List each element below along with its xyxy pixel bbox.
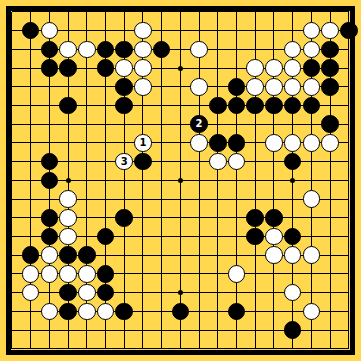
intersection[interactable] [3,96,22,115]
intersection[interactable] [321,283,340,302]
intersection[interactable] [59,3,78,22]
intersection[interactable] [77,208,96,227]
intersection[interactable] [171,265,190,284]
intersection[interactable] [115,115,134,134]
intersection[interactable] [302,40,321,59]
intersection[interactable] [190,321,209,340]
intersection[interactable] [208,208,227,227]
intersection[interactable] [339,246,358,265]
intersection[interactable] [339,59,358,78]
intersection[interactable] [208,3,227,22]
intersection[interactable] [321,96,340,115]
intersection[interactable] [208,227,227,246]
intersection[interactable] [190,227,209,246]
intersection[interactable] [302,21,321,40]
intersection[interactable] [134,3,153,22]
intersection[interactable] [246,21,265,40]
intersection[interactable] [190,40,209,59]
intersection[interactable] [190,3,209,22]
intersection[interactable] [302,134,321,153]
intersection[interactable] [115,302,134,321]
intersection[interactable] [227,115,246,134]
intersection[interactable] [321,227,340,246]
intersection[interactable] [321,246,340,265]
intersection[interactable] [302,77,321,96]
intersection[interactable] [321,21,340,40]
intersection[interactable] [3,134,22,153]
intersection[interactable] [96,152,115,171]
intersection[interactable] [77,77,96,96]
intersection[interactable] [152,59,171,78]
intersection[interactable] [321,40,340,59]
intersection[interactable] [152,152,171,171]
intersection[interactable] [283,246,302,265]
intersection[interactable] [246,227,265,246]
intersection[interactable] [77,190,96,209]
intersection[interactable] [115,59,134,78]
intersection[interactable] [302,96,321,115]
intersection[interactable] [246,208,265,227]
intersection[interactable]: 2 [190,115,209,134]
intersection[interactable]: 1 [134,134,153,153]
intersection[interactable] [302,59,321,78]
intersection[interactable] [152,134,171,153]
intersection[interactable] [40,59,59,78]
intersection[interactable] [115,77,134,96]
intersection[interactable] [115,96,134,115]
intersection[interactable] [115,134,134,153]
intersection[interactable] [59,246,78,265]
intersection[interactable] [283,40,302,59]
intersection[interactable] [152,208,171,227]
intersection[interactable] [190,190,209,209]
intersection[interactable] [3,59,22,78]
intersection[interactable] [283,134,302,153]
intersection[interactable] [171,246,190,265]
intersection[interactable] [40,208,59,227]
intersection[interactable] [59,96,78,115]
intersection[interactable] [227,21,246,40]
intersection[interactable] [134,265,153,284]
intersection[interactable] [302,265,321,284]
intersection[interactable] [208,59,227,78]
intersection[interactable] [3,190,22,209]
intersection[interactable] [152,302,171,321]
intersection[interactable] [115,283,134,302]
intersection[interactable] [96,190,115,209]
intersection[interactable] [246,3,265,22]
intersection[interactable] [321,302,340,321]
intersection[interactable] [152,115,171,134]
intersection[interactable] [115,265,134,284]
intersection[interactable] [171,152,190,171]
intersection[interactable] [3,77,22,96]
intersection[interactable] [134,152,153,171]
intersection[interactable] [227,3,246,22]
intersection[interactable] [115,208,134,227]
intersection[interactable] [246,134,265,153]
intersection[interactable] [321,152,340,171]
intersection[interactable] [339,283,358,302]
intersection[interactable] [227,246,246,265]
intersection[interactable] [302,3,321,22]
intersection[interactable] [59,283,78,302]
intersection[interactable] [171,321,190,340]
intersection[interactable] [40,190,59,209]
intersection[interactable] [339,96,358,115]
intersection[interactable] [40,152,59,171]
intersection[interactable] [227,171,246,190]
intersection[interactable] [59,171,78,190]
intersection[interactable] [59,59,78,78]
intersection[interactable] [59,134,78,153]
intersection[interactable] [265,171,284,190]
intersection[interactable] [227,265,246,284]
intersection[interactable] [208,152,227,171]
intersection[interactable] [40,115,59,134]
intersection[interactable] [339,3,358,22]
intersection[interactable] [40,227,59,246]
intersection[interactable] [152,265,171,284]
intersection[interactable] [21,321,40,340]
intersection[interactable] [152,339,171,358]
intersection[interactable] [339,152,358,171]
intersection[interactable] [96,3,115,22]
intersection[interactable] [21,3,40,22]
intersection[interactable] [302,115,321,134]
intersection[interactable] [115,190,134,209]
intersection[interactable] [96,265,115,284]
intersection[interactable] [59,227,78,246]
intersection[interactable] [321,134,340,153]
intersection[interactable] [59,339,78,358]
intersection[interactable] [134,321,153,340]
intersection[interactable] [96,283,115,302]
intersection[interactable] [134,227,153,246]
intersection[interactable] [134,77,153,96]
intersection[interactable] [59,40,78,59]
intersection[interactable] [227,77,246,96]
intersection[interactable] [265,96,284,115]
intersection[interactable] [246,265,265,284]
intersection[interactable] [339,265,358,284]
intersection[interactable] [339,40,358,59]
intersection[interactable] [171,227,190,246]
intersection[interactable] [40,302,59,321]
intersection[interactable] [21,227,40,246]
intersection[interactable] [40,40,59,59]
intersection[interactable] [283,115,302,134]
intersection[interactable] [96,59,115,78]
intersection[interactable] [339,302,358,321]
intersection[interactable] [171,77,190,96]
intersection[interactable] [190,96,209,115]
intersection[interactable] [283,321,302,340]
intersection[interactable] [152,227,171,246]
intersection[interactable] [321,321,340,340]
intersection[interactable] [171,171,190,190]
intersection[interactable] [115,339,134,358]
intersection[interactable] [283,171,302,190]
intersection[interactable] [246,246,265,265]
intersection[interactable] [321,208,340,227]
intersection[interactable] [321,171,340,190]
intersection[interactable] [77,283,96,302]
intersection[interactable] [246,59,265,78]
intersection[interactable] [190,302,209,321]
intersection[interactable] [265,59,284,78]
intersection[interactable] [227,283,246,302]
intersection[interactable] [227,134,246,153]
intersection[interactable] [152,21,171,40]
intersection[interactable] [77,339,96,358]
intersection[interactable] [3,171,22,190]
intersection[interactable] [77,246,96,265]
intersection[interactable] [152,190,171,209]
intersection[interactable] [171,302,190,321]
intersection[interactable] [96,302,115,321]
intersection[interactable] [339,134,358,153]
intersection[interactable] [96,246,115,265]
intersection[interactable] [3,21,22,40]
intersection[interactable] [208,246,227,265]
intersection[interactable] [3,227,22,246]
intersection[interactable] [77,152,96,171]
intersection[interactable] [152,171,171,190]
intersection[interactable] [339,208,358,227]
intersection[interactable] [283,96,302,115]
intersection[interactable] [283,190,302,209]
intersection[interactable] [134,339,153,358]
intersection[interactable] [227,208,246,227]
intersection[interactable] [134,190,153,209]
intersection[interactable] [246,40,265,59]
intersection[interactable] [134,59,153,78]
intersection[interactable] [152,96,171,115]
intersection[interactable] [265,265,284,284]
intersection[interactable] [96,171,115,190]
intersection[interactable] [77,171,96,190]
intersection[interactable] [283,3,302,22]
intersection[interactable] [152,283,171,302]
intersection[interactable] [115,321,134,340]
intersection[interactable] [321,115,340,134]
intersection[interactable] [208,40,227,59]
intersection[interactable] [227,190,246,209]
intersection[interactable] [283,283,302,302]
intersection[interactable] [227,339,246,358]
intersection[interactable] [339,171,358,190]
intersection[interactable] [21,302,40,321]
intersection[interactable] [302,227,321,246]
intersection[interactable] [59,190,78,209]
intersection[interactable] [283,208,302,227]
intersection[interactable] [59,21,78,40]
intersection[interactable] [190,246,209,265]
intersection[interactable] [21,152,40,171]
intersection[interactable] [265,321,284,340]
intersection[interactable] [152,40,171,59]
intersection[interactable] [265,134,284,153]
intersection[interactable] [265,283,284,302]
intersection[interactable] [265,208,284,227]
intersection[interactable] [227,321,246,340]
intersection[interactable] [134,302,153,321]
intersection[interactable] [115,21,134,40]
intersection[interactable] [321,3,340,22]
intersection[interactable] [3,208,22,227]
intersection[interactable] [190,77,209,96]
intersection[interactable] [265,246,284,265]
intersection[interactable] [115,171,134,190]
intersection[interactable] [134,171,153,190]
intersection[interactable] [208,77,227,96]
intersection[interactable] [190,134,209,153]
intersection[interactable] [21,77,40,96]
intersection[interactable] [77,96,96,115]
intersection[interactable] [171,21,190,40]
intersection[interactable] [302,208,321,227]
intersection[interactable] [59,321,78,340]
intersection[interactable] [190,59,209,78]
intersection[interactable] [40,21,59,40]
intersection[interactable] [208,190,227,209]
intersection[interactable] [21,96,40,115]
intersection[interactable] [77,265,96,284]
intersection[interactable] [265,77,284,96]
intersection[interactable] [115,3,134,22]
intersection[interactable] [21,339,40,358]
intersection[interactable] [190,265,209,284]
intersection[interactable] [96,134,115,153]
intersection[interactable] [115,40,134,59]
intersection[interactable] [3,283,22,302]
intersection[interactable] [246,321,265,340]
intersection[interactable] [265,115,284,134]
intersection[interactable] [21,283,40,302]
intersection[interactable] [265,152,284,171]
intersection[interactable] [59,302,78,321]
intersection[interactable] [246,171,265,190]
intersection[interactable] [208,321,227,340]
intersection[interactable] [77,321,96,340]
intersection[interactable] [246,339,265,358]
intersection[interactable] [283,339,302,358]
intersection[interactable] [246,77,265,96]
intersection[interactable] [171,3,190,22]
intersection[interactable] [171,283,190,302]
intersection[interactable] [59,77,78,96]
intersection[interactable] [171,115,190,134]
intersection[interactable] [59,115,78,134]
intersection[interactable] [227,40,246,59]
intersection[interactable] [152,77,171,96]
intersection[interactable] [246,190,265,209]
intersection[interactable] [321,339,340,358]
intersection[interactable] [40,96,59,115]
intersection[interactable] [339,227,358,246]
intersection[interactable] [283,152,302,171]
intersection[interactable] [283,227,302,246]
intersection[interactable] [246,115,265,134]
intersection[interactable] [115,246,134,265]
intersection[interactable] [3,152,22,171]
intersection[interactable] [40,339,59,358]
intersection[interactable] [321,59,340,78]
intersection[interactable] [21,59,40,78]
intersection[interactable] [265,40,284,59]
intersection[interactable] [321,190,340,209]
intersection[interactable] [208,339,227,358]
intersection[interactable] [21,40,40,59]
intersection[interactable] [134,96,153,115]
intersection[interactable] [134,283,153,302]
intersection[interactable] [246,152,265,171]
intersection[interactable] [77,302,96,321]
intersection[interactable] [227,59,246,78]
intersection[interactable] [77,3,96,22]
intersection[interactable]: 3 [115,152,134,171]
intersection[interactable] [96,227,115,246]
intersection[interactable] [40,246,59,265]
intersection[interactable] [265,339,284,358]
intersection[interactable] [265,3,284,22]
intersection[interactable] [246,283,265,302]
intersection[interactable] [152,321,171,340]
intersection[interactable] [96,339,115,358]
intersection[interactable] [134,115,153,134]
intersection[interactable] [283,77,302,96]
intersection[interactable] [190,171,209,190]
intersection[interactable] [190,21,209,40]
intersection[interactable] [3,115,22,134]
intersection[interactable] [96,115,115,134]
intersection[interactable] [190,152,209,171]
intersection[interactable] [40,134,59,153]
intersection[interactable] [302,321,321,340]
intersection[interactable] [77,115,96,134]
intersection[interactable] [283,21,302,40]
intersection[interactable] [96,208,115,227]
intersection[interactable] [21,246,40,265]
intersection[interactable] [134,246,153,265]
intersection[interactable] [265,302,284,321]
intersection[interactable] [302,171,321,190]
intersection[interactable] [77,134,96,153]
intersection[interactable] [227,302,246,321]
intersection[interactable] [59,208,78,227]
intersection[interactable] [208,283,227,302]
intersection[interactable] [96,40,115,59]
intersection[interactable] [190,339,209,358]
intersection[interactable] [59,152,78,171]
intersection[interactable] [77,59,96,78]
intersection[interactable] [321,265,340,284]
intersection[interactable] [21,190,40,209]
intersection[interactable] [339,321,358,340]
intersection[interactable] [227,96,246,115]
intersection[interactable] [265,190,284,209]
intersection[interactable] [302,246,321,265]
intersection[interactable] [227,227,246,246]
intersection[interactable] [171,208,190,227]
intersection[interactable] [3,339,22,358]
intersection[interactable] [339,339,358,358]
intersection[interactable] [40,321,59,340]
intersection[interactable] [77,227,96,246]
intersection[interactable] [208,115,227,134]
intersection[interactable] [134,40,153,59]
